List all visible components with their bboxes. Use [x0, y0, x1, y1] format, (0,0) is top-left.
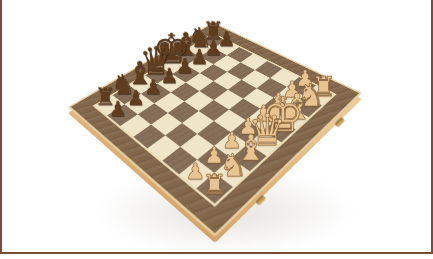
- chess-set-photo: ♜♞♝♛♚♝♞♜♟♟♟♟♟♟♟♟♟♟♟♟♟♟♟♟♜♞♝♛♚♝♞♜: [0, 0, 433, 259]
